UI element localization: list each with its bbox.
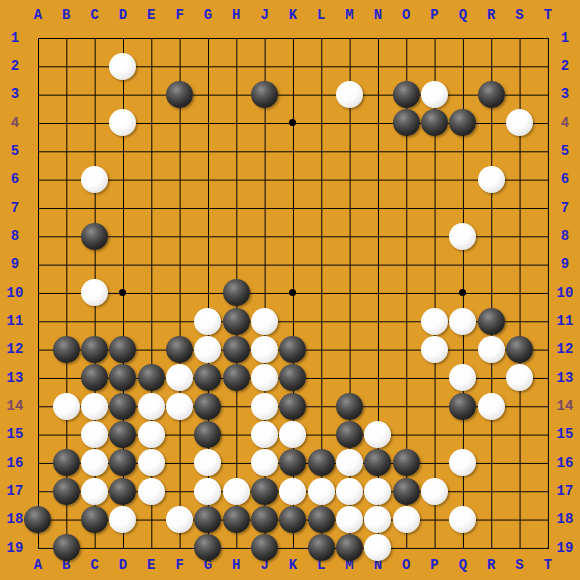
board-point-P3[interactable] bbox=[420, 80, 448, 108]
board-point-P11[interactable] bbox=[420, 307, 448, 335]
board-point-A14[interactable] bbox=[24, 392, 52, 420]
board-point-T11[interactable] bbox=[534, 307, 562, 335]
board-point-A15[interactable] bbox=[24, 420, 52, 448]
board-point-L5[interactable] bbox=[307, 137, 335, 165]
board-point-J7[interactable] bbox=[250, 194, 278, 222]
board-point-F14[interactable] bbox=[165, 392, 193, 420]
board-point-H8[interactable] bbox=[222, 222, 250, 250]
board-point-G9[interactable] bbox=[194, 250, 222, 278]
board-point-D10[interactable] bbox=[109, 279, 137, 307]
board-point-A1[interactable] bbox=[24, 24, 52, 52]
board-point-J8[interactable] bbox=[250, 222, 278, 250]
board-point-K8[interactable] bbox=[279, 222, 307, 250]
board-point-N17[interactable] bbox=[364, 477, 392, 505]
board-point-A13[interactable] bbox=[24, 364, 52, 392]
board-point-J10[interactable] bbox=[250, 279, 278, 307]
board-point-M7[interactable] bbox=[335, 194, 363, 222]
board-point-T13[interactable] bbox=[534, 364, 562, 392]
board-point-N13[interactable] bbox=[364, 364, 392, 392]
board-point-M10[interactable] bbox=[335, 279, 363, 307]
board-point-E1[interactable] bbox=[137, 24, 165, 52]
board-point-F3[interactable] bbox=[165, 80, 193, 108]
board-point-G1[interactable] bbox=[194, 24, 222, 52]
board-point-M12[interactable] bbox=[335, 335, 363, 363]
board-point-Q8[interactable] bbox=[449, 222, 477, 250]
board-point-N1[interactable] bbox=[364, 24, 392, 52]
board-point-P19[interactable] bbox=[420, 534, 448, 562]
board-point-N7[interactable] bbox=[364, 194, 392, 222]
board-point-E11[interactable] bbox=[137, 307, 165, 335]
board-point-M18[interactable] bbox=[335, 505, 363, 533]
board-point-G12[interactable] bbox=[194, 335, 222, 363]
board-point-N4[interactable] bbox=[364, 109, 392, 137]
board-point-P8[interactable] bbox=[420, 222, 448, 250]
board-point-D8[interactable] bbox=[109, 222, 137, 250]
board-point-O5[interactable] bbox=[392, 137, 420, 165]
board-point-F1[interactable] bbox=[165, 24, 193, 52]
board-point-B7[interactable] bbox=[52, 194, 80, 222]
board-point-J14[interactable] bbox=[250, 392, 278, 420]
board-point-E16[interactable] bbox=[137, 449, 165, 477]
board-point-R3[interactable] bbox=[477, 80, 505, 108]
board-point-C13[interactable] bbox=[80, 364, 108, 392]
board-point-H13[interactable] bbox=[222, 364, 250, 392]
board-point-G7[interactable] bbox=[194, 194, 222, 222]
board-point-P12[interactable] bbox=[420, 335, 448, 363]
board-point-S3[interactable] bbox=[505, 80, 533, 108]
board-point-Q12[interactable] bbox=[449, 335, 477, 363]
board-point-A11[interactable] bbox=[24, 307, 52, 335]
board-point-F10[interactable] bbox=[165, 279, 193, 307]
board-point-C3[interactable] bbox=[80, 80, 108, 108]
board-point-P15[interactable] bbox=[420, 420, 448, 448]
board-point-H1[interactable] bbox=[222, 24, 250, 52]
board-point-K5[interactable] bbox=[279, 137, 307, 165]
board-point-K18[interactable] bbox=[279, 505, 307, 533]
board-point-Q17[interactable] bbox=[449, 477, 477, 505]
board-point-C6[interactable] bbox=[80, 165, 108, 193]
board-point-A2[interactable] bbox=[24, 52, 52, 80]
board-point-Q5[interactable] bbox=[449, 137, 477, 165]
board-point-F5[interactable] bbox=[165, 137, 193, 165]
board-point-E2[interactable] bbox=[137, 52, 165, 80]
board-point-A8[interactable] bbox=[24, 222, 52, 250]
board-point-T7[interactable] bbox=[534, 194, 562, 222]
board-point-E3[interactable] bbox=[137, 80, 165, 108]
board-point-M14[interactable] bbox=[335, 392, 363, 420]
board-point-R10[interactable] bbox=[477, 279, 505, 307]
board-point-A12[interactable] bbox=[24, 335, 52, 363]
board-point-N19[interactable] bbox=[364, 534, 392, 562]
board-point-Q11[interactable] bbox=[449, 307, 477, 335]
board-point-S15[interactable] bbox=[505, 420, 533, 448]
board-point-R2[interactable] bbox=[477, 52, 505, 80]
board-point-L13[interactable] bbox=[307, 364, 335, 392]
board-point-R12[interactable] bbox=[477, 335, 505, 363]
board-point-G19[interactable] bbox=[194, 534, 222, 562]
board-point-B18[interactable] bbox=[52, 505, 80, 533]
board-point-J2[interactable] bbox=[250, 52, 278, 80]
board-point-L16[interactable] bbox=[307, 449, 335, 477]
board-point-K14[interactable] bbox=[279, 392, 307, 420]
board-point-S12[interactable] bbox=[505, 335, 533, 363]
board-point-S5[interactable] bbox=[505, 137, 533, 165]
board-point-N6[interactable] bbox=[364, 165, 392, 193]
board-point-L12[interactable] bbox=[307, 335, 335, 363]
board-point-G3[interactable] bbox=[194, 80, 222, 108]
board-point-R8[interactable] bbox=[477, 222, 505, 250]
board-point-Q2[interactable] bbox=[449, 52, 477, 80]
board-point-C10[interactable] bbox=[80, 279, 108, 307]
board-point-O10[interactable] bbox=[392, 279, 420, 307]
board-point-D12[interactable] bbox=[109, 335, 137, 363]
board-point-P13[interactable] bbox=[420, 364, 448, 392]
board-point-R11[interactable] bbox=[477, 307, 505, 335]
board-point-H3[interactable] bbox=[222, 80, 250, 108]
board-point-E12[interactable] bbox=[137, 335, 165, 363]
board-point-Q14[interactable] bbox=[449, 392, 477, 420]
board-point-G8[interactable] bbox=[194, 222, 222, 250]
board-point-A19[interactable] bbox=[24, 534, 52, 562]
board-point-J1[interactable] bbox=[250, 24, 278, 52]
board-point-R14[interactable] bbox=[477, 392, 505, 420]
board-point-R17[interactable] bbox=[477, 477, 505, 505]
board-point-K16[interactable] bbox=[279, 449, 307, 477]
board-point-F7[interactable] bbox=[165, 194, 193, 222]
board-point-O15[interactable] bbox=[392, 420, 420, 448]
board-point-H18[interactable] bbox=[222, 505, 250, 533]
board-point-H17[interactable] bbox=[222, 477, 250, 505]
board-point-C5[interactable] bbox=[80, 137, 108, 165]
board-point-O18[interactable] bbox=[392, 505, 420, 533]
board-point-N14[interactable] bbox=[364, 392, 392, 420]
board-point-H5[interactable] bbox=[222, 137, 250, 165]
board-point-E8[interactable] bbox=[137, 222, 165, 250]
board-point-S18[interactable] bbox=[505, 505, 533, 533]
board-point-H15[interactable] bbox=[222, 420, 250, 448]
board-point-L2[interactable] bbox=[307, 52, 335, 80]
board-point-F8[interactable] bbox=[165, 222, 193, 250]
board-point-T10[interactable] bbox=[534, 279, 562, 307]
board-point-A17[interactable] bbox=[24, 477, 52, 505]
board-point-K1[interactable] bbox=[279, 24, 307, 52]
board-point-C15[interactable] bbox=[80, 420, 108, 448]
board-point-T5[interactable] bbox=[534, 137, 562, 165]
board-point-M15[interactable] bbox=[335, 420, 363, 448]
board-point-G11[interactable] bbox=[194, 307, 222, 335]
board-point-T16[interactable] bbox=[534, 449, 562, 477]
board-point-M17[interactable] bbox=[335, 477, 363, 505]
board-point-S2[interactable] bbox=[505, 52, 533, 80]
board-point-O11[interactable] bbox=[392, 307, 420, 335]
board-point-C8[interactable] bbox=[80, 222, 108, 250]
board-point-J19[interactable] bbox=[250, 534, 278, 562]
board-point-E10[interactable] bbox=[137, 279, 165, 307]
board-point-O7[interactable] bbox=[392, 194, 420, 222]
board-point-F16[interactable] bbox=[165, 449, 193, 477]
board-point-Q1[interactable] bbox=[449, 24, 477, 52]
board-point-C4[interactable] bbox=[80, 109, 108, 137]
board-point-F18[interactable] bbox=[165, 505, 193, 533]
board-point-E18[interactable] bbox=[137, 505, 165, 533]
board-point-J3[interactable] bbox=[250, 80, 278, 108]
board-point-K7[interactable] bbox=[279, 194, 307, 222]
board-point-J15[interactable] bbox=[250, 420, 278, 448]
board-point-A9[interactable] bbox=[24, 250, 52, 278]
board-point-S11[interactable] bbox=[505, 307, 533, 335]
board-point-Q4[interactable] bbox=[449, 109, 477, 137]
board-point-D6[interactable] bbox=[109, 165, 137, 193]
board-point-B6[interactable] bbox=[52, 165, 80, 193]
board-point-C18[interactable] bbox=[80, 505, 108, 533]
board-point-M2[interactable] bbox=[335, 52, 363, 80]
board-point-K19[interactable] bbox=[279, 534, 307, 562]
board-point-O9[interactable] bbox=[392, 250, 420, 278]
board-point-R13[interactable] bbox=[477, 364, 505, 392]
board-point-D11[interactable] bbox=[109, 307, 137, 335]
board-point-C9[interactable] bbox=[80, 250, 108, 278]
board-point-L4[interactable] bbox=[307, 109, 335, 137]
board-point-T17[interactable] bbox=[534, 477, 562, 505]
board-point-R15[interactable] bbox=[477, 420, 505, 448]
board-point-T3[interactable] bbox=[534, 80, 562, 108]
board-point-D4[interactable] bbox=[109, 109, 137, 137]
board-point-F19[interactable] bbox=[165, 534, 193, 562]
board-point-A6[interactable] bbox=[24, 165, 52, 193]
board-point-C17[interactable] bbox=[80, 477, 108, 505]
board-point-M9[interactable] bbox=[335, 250, 363, 278]
board-point-S16[interactable] bbox=[505, 449, 533, 477]
board-point-H9[interactable] bbox=[222, 250, 250, 278]
board-point-J6[interactable] bbox=[250, 165, 278, 193]
board-point-M3[interactable] bbox=[335, 80, 363, 108]
board-point-E14[interactable] bbox=[137, 392, 165, 420]
board-point-H10[interactable] bbox=[222, 279, 250, 307]
board-point-B19[interactable] bbox=[52, 534, 80, 562]
board-point-C7[interactable] bbox=[80, 194, 108, 222]
board-point-O12[interactable] bbox=[392, 335, 420, 363]
board-point-B2[interactable] bbox=[52, 52, 80, 80]
board-point-P17[interactable] bbox=[420, 477, 448, 505]
board-point-B9[interactable] bbox=[52, 250, 80, 278]
board-point-B10[interactable] bbox=[52, 279, 80, 307]
board-point-P5[interactable] bbox=[420, 137, 448, 165]
board-point-Q19[interactable] bbox=[449, 534, 477, 562]
board-point-S9[interactable] bbox=[505, 250, 533, 278]
board-point-C16[interactable] bbox=[80, 449, 108, 477]
board-point-S8[interactable] bbox=[505, 222, 533, 250]
board-point-M19[interactable] bbox=[335, 534, 363, 562]
board-point-C1[interactable] bbox=[80, 24, 108, 52]
board-point-S6[interactable] bbox=[505, 165, 533, 193]
board-point-L9[interactable] bbox=[307, 250, 335, 278]
board-point-M11[interactable] bbox=[335, 307, 363, 335]
board-point-L10[interactable] bbox=[307, 279, 335, 307]
board-point-C19[interactable] bbox=[80, 534, 108, 562]
board-point-G15[interactable] bbox=[194, 420, 222, 448]
board-point-P18[interactable] bbox=[420, 505, 448, 533]
board-point-O6[interactable] bbox=[392, 165, 420, 193]
board-point-E17[interactable] bbox=[137, 477, 165, 505]
board-point-S17[interactable] bbox=[505, 477, 533, 505]
board-point-H16[interactable] bbox=[222, 449, 250, 477]
board-point-K17[interactable] bbox=[279, 477, 307, 505]
board-point-G16[interactable] bbox=[194, 449, 222, 477]
board-point-B4[interactable] bbox=[52, 109, 80, 137]
board-point-R6[interactable] bbox=[477, 165, 505, 193]
board-point-C2[interactable] bbox=[80, 52, 108, 80]
board-point-S7[interactable] bbox=[505, 194, 533, 222]
board-point-D3[interactable] bbox=[109, 80, 137, 108]
board-point-M13[interactable] bbox=[335, 364, 363, 392]
board-point-S13[interactable] bbox=[505, 364, 533, 392]
board-point-P10[interactable] bbox=[420, 279, 448, 307]
board-point-G13[interactable] bbox=[194, 364, 222, 392]
board-point-A16[interactable] bbox=[24, 449, 52, 477]
board-point-D7[interactable] bbox=[109, 194, 137, 222]
board-point-K3[interactable] bbox=[279, 80, 307, 108]
board-point-T14[interactable] bbox=[534, 392, 562, 420]
board-point-N11[interactable] bbox=[364, 307, 392, 335]
board-point-K11[interactable] bbox=[279, 307, 307, 335]
board-point-F6[interactable] bbox=[165, 165, 193, 193]
board-point-L19[interactable] bbox=[307, 534, 335, 562]
board-point-M5[interactable] bbox=[335, 137, 363, 165]
board-point-D13[interactable] bbox=[109, 364, 137, 392]
board-point-B13[interactable] bbox=[52, 364, 80, 392]
board-point-B5[interactable] bbox=[52, 137, 80, 165]
board-point-P6[interactable] bbox=[420, 165, 448, 193]
board-point-H2[interactable] bbox=[222, 52, 250, 80]
board-point-T15[interactable] bbox=[534, 420, 562, 448]
board-point-J18[interactable] bbox=[250, 505, 278, 533]
board-point-N10[interactable] bbox=[364, 279, 392, 307]
board-point-H12[interactable] bbox=[222, 335, 250, 363]
board-point-K4[interactable] bbox=[279, 109, 307, 137]
board-point-A18[interactable] bbox=[24, 505, 52, 533]
board-point-F17[interactable] bbox=[165, 477, 193, 505]
board-point-H19[interactable] bbox=[222, 534, 250, 562]
board-point-O1[interactable] bbox=[392, 24, 420, 52]
board-point-H4[interactable] bbox=[222, 109, 250, 137]
board-point-R18[interactable] bbox=[477, 505, 505, 533]
board-point-A7[interactable] bbox=[24, 194, 52, 222]
board-point-E7[interactable] bbox=[137, 194, 165, 222]
board-point-G5[interactable] bbox=[194, 137, 222, 165]
board-point-E13[interactable] bbox=[137, 364, 165, 392]
board-point-Q15[interactable] bbox=[449, 420, 477, 448]
board-point-M16[interactable] bbox=[335, 449, 363, 477]
board-point-D18[interactable] bbox=[109, 505, 137, 533]
board-point-G18[interactable] bbox=[194, 505, 222, 533]
board-point-D9[interactable] bbox=[109, 250, 137, 278]
board-point-R16[interactable] bbox=[477, 449, 505, 477]
board-point-B16[interactable] bbox=[52, 449, 80, 477]
board-point-P16[interactable] bbox=[420, 449, 448, 477]
board-point-F15[interactable] bbox=[165, 420, 193, 448]
board-point-L1[interactable] bbox=[307, 24, 335, 52]
board-point-N15[interactable] bbox=[364, 420, 392, 448]
board-point-E9[interactable] bbox=[137, 250, 165, 278]
board-point-E4[interactable] bbox=[137, 109, 165, 137]
board-point-Q10[interactable] bbox=[449, 279, 477, 307]
board-point-G4[interactable] bbox=[194, 109, 222, 137]
board-point-R1[interactable] bbox=[477, 24, 505, 52]
board-point-T4[interactable] bbox=[534, 109, 562, 137]
board-point-F2[interactable] bbox=[165, 52, 193, 80]
board-point-J11[interactable] bbox=[250, 307, 278, 335]
board-point-B14[interactable] bbox=[52, 392, 80, 420]
board-point-L3[interactable] bbox=[307, 80, 335, 108]
board-point-P1[interactable] bbox=[420, 24, 448, 52]
board-point-C12[interactable] bbox=[80, 335, 108, 363]
board-point-S4[interactable] bbox=[505, 109, 533, 137]
board-point-E19[interactable] bbox=[137, 534, 165, 562]
board-point-N9[interactable] bbox=[364, 250, 392, 278]
board-point-E6[interactable] bbox=[137, 165, 165, 193]
board-point-A5[interactable] bbox=[24, 137, 52, 165]
board-point-O16[interactable] bbox=[392, 449, 420, 477]
board-point-J12[interactable] bbox=[250, 335, 278, 363]
board-point-B12[interactable] bbox=[52, 335, 80, 363]
board-point-F9[interactable] bbox=[165, 250, 193, 278]
board-point-G10[interactable] bbox=[194, 279, 222, 307]
board-point-K15[interactable] bbox=[279, 420, 307, 448]
board-point-F11[interactable] bbox=[165, 307, 193, 335]
board-point-G17[interactable] bbox=[194, 477, 222, 505]
board-point-O13[interactable] bbox=[392, 364, 420, 392]
board-point-D16[interactable] bbox=[109, 449, 137, 477]
board-point-T8[interactable] bbox=[534, 222, 562, 250]
board-point-J9[interactable] bbox=[250, 250, 278, 278]
board-point-H7[interactable] bbox=[222, 194, 250, 222]
board-point-S19[interactable] bbox=[505, 534, 533, 562]
board-point-H14[interactable] bbox=[222, 392, 250, 420]
board-point-G6[interactable] bbox=[194, 165, 222, 193]
board-point-L7[interactable] bbox=[307, 194, 335, 222]
board-point-K13[interactable] bbox=[279, 364, 307, 392]
board-point-L18[interactable] bbox=[307, 505, 335, 533]
board-point-B11[interactable] bbox=[52, 307, 80, 335]
board-point-C14[interactable] bbox=[80, 392, 108, 420]
board-point-O17[interactable] bbox=[392, 477, 420, 505]
board-point-R9[interactable] bbox=[477, 250, 505, 278]
board-point-O14[interactable] bbox=[392, 392, 420, 420]
board-point-R7[interactable] bbox=[477, 194, 505, 222]
board-point-N5[interactable] bbox=[364, 137, 392, 165]
board-point-M8[interactable] bbox=[335, 222, 363, 250]
board-point-T1[interactable] bbox=[534, 24, 562, 52]
board-point-P9[interactable] bbox=[420, 250, 448, 278]
board-point-E5[interactable] bbox=[137, 137, 165, 165]
board-point-L11[interactable] bbox=[307, 307, 335, 335]
board-point-T12[interactable] bbox=[534, 335, 562, 363]
board-point-L8[interactable] bbox=[307, 222, 335, 250]
board-point-D2[interactable] bbox=[109, 52, 137, 80]
board-point-O3[interactable] bbox=[392, 80, 420, 108]
board-point-M4[interactable] bbox=[335, 109, 363, 137]
board-point-L14[interactable] bbox=[307, 392, 335, 420]
board-point-K10[interactable] bbox=[279, 279, 307, 307]
board-point-N18[interactable] bbox=[364, 505, 392, 533]
board-point-O19[interactable] bbox=[392, 534, 420, 562]
board-point-T2[interactable] bbox=[534, 52, 562, 80]
board-point-O4[interactable] bbox=[392, 109, 420, 137]
board-point-M6[interactable] bbox=[335, 165, 363, 193]
board-point-Q16[interactable] bbox=[449, 449, 477, 477]
board-point-P4[interactable] bbox=[420, 109, 448, 137]
board-point-J5[interactable] bbox=[250, 137, 278, 165]
